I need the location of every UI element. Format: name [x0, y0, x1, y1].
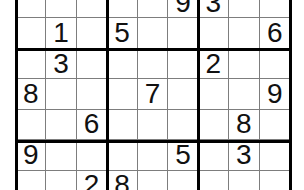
cell-r7c8: 3 — [229, 140, 259, 170]
cell-r8c6[interactable] — [168, 171, 198, 190]
cell-r4c6[interactable] — [168, 49, 198, 79]
cell-r7c5[interactable] — [138, 140, 168, 170]
box-border-vertical-1 — [106, 0, 109, 190]
cell-r4c3[interactable] — [77, 49, 107, 79]
box-border-vertical-2 — [197, 0, 200, 190]
cell-r8c3: 2 — [77, 171, 107, 190]
cell-r7c7[interactable] — [199, 140, 229, 170]
cell-r4c8[interactable] — [229, 49, 259, 79]
cell-r6c8: 8 — [229, 110, 259, 140]
cell-r8c7[interactable] — [199, 171, 229, 190]
cell-r8c8[interactable] — [229, 171, 259, 190]
cell-r3c6[interactable] — [168, 18, 198, 48]
cell-r4c4[interactable] — [107, 49, 137, 79]
cell-r2c6: 9 — [168, 0, 198, 18]
box-border-horizontal-1 — [15, 48, 292, 51]
cell-r4c9[interactable] — [260, 49, 290, 79]
cell-r6c7[interactable] — [199, 110, 229, 140]
cell-r5c3[interactable] — [77, 79, 107, 109]
cell-r7c4[interactable] — [107, 140, 137, 170]
cell-r7c1: 9 — [16, 140, 46, 170]
cell-r6c4[interactable] — [107, 110, 137, 140]
cell-r8c5[interactable] — [138, 171, 168, 190]
cell-r6c9[interactable] — [260, 110, 290, 140]
cell-r8c9[interactable] — [260, 171, 290, 190]
cell-r4c1[interactable] — [16, 49, 46, 79]
cell-r2c3[interactable] — [77, 0, 107, 18]
cell-r8c4: 8 — [107, 171, 137, 190]
cell-r5c7[interactable] — [199, 79, 229, 109]
cell-r2c4[interactable] — [107, 0, 137, 18]
grid-frame-right-line — [289, 0, 292, 190]
cell-r7c3[interactable] — [77, 140, 107, 170]
cell-r8c1[interactable] — [16, 171, 46, 190]
cell-r3c7[interactable] — [199, 18, 229, 48]
cell-r3c3[interactable] — [77, 18, 107, 48]
cell-r7c9[interactable] — [260, 140, 290, 170]
cell-r6c1[interactable] — [16, 110, 46, 140]
grid-frame-left-line — [15, 0, 18, 190]
cell-r6c3: 6 — [77, 110, 107, 140]
sudoku-grid: 93156328796895328 — [16, 0, 290, 190]
cell-r6c6[interactable] — [168, 110, 198, 140]
cell-r5c4[interactable] — [107, 79, 137, 109]
cell-r5c6[interactable] — [168, 79, 198, 109]
cell-r2c5[interactable] — [138, 0, 168, 18]
cell-r4c2: 3 — [46, 49, 76, 79]
cell-r3c8[interactable] — [229, 18, 259, 48]
cell-r2c8[interactable] — [229, 0, 259, 18]
box-border-horizontal-2 — [15, 140, 292, 143]
cell-r5c1: 8 — [16, 79, 46, 109]
cell-r7c2[interactable] — [46, 140, 76, 170]
sudoku-board: 93156328796895328 — [0, 0, 304, 190]
cell-r2c2[interactable] — [46, 0, 76, 18]
cell-r3c1[interactable] — [16, 18, 46, 48]
cell-r2c9[interactable] — [260, 0, 290, 18]
cell-r2c1[interactable] — [16, 0, 46, 18]
cell-r3c9: 6 — [260, 18, 290, 48]
cell-r6c2[interactable] — [46, 110, 76, 140]
cell-r3c2: 1 — [46, 18, 76, 48]
cell-r5c8[interactable] — [229, 79, 259, 109]
cell-r3c4: 5 — [107, 18, 137, 48]
cell-r2c7: 3 — [199, 0, 229, 18]
cell-r3c5[interactable] — [138, 18, 168, 48]
cell-r4c7: 2 — [199, 49, 229, 79]
cell-r5c9: 9 — [260, 79, 290, 109]
cell-r4c5[interactable] — [138, 49, 168, 79]
cell-r5c2[interactable] — [46, 79, 76, 109]
cell-r8c2[interactable] — [46, 171, 76, 190]
cell-r5c5: 7 — [138, 79, 168, 109]
cell-r7c6: 5 — [168, 140, 198, 170]
cell-r6c5[interactable] — [138, 110, 168, 140]
